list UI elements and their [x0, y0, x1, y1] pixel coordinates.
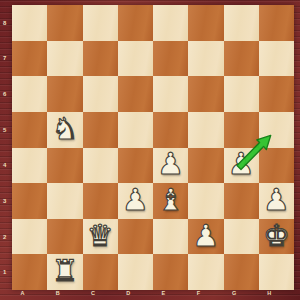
- square-f7[interactable]: [188, 41, 223, 77]
- chess-diagram: ♞♟♟♟♝♟♛♟♚♜ 87654321abcdefgh: [0, 0, 300, 300]
- square-c7[interactable]: [83, 41, 118, 77]
- square-b8[interactable]: [47, 5, 82, 41]
- square-h5[interactable]: [259, 112, 294, 148]
- square-g1[interactable]: [224, 254, 259, 290]
- square-g6[interactable]: [224, 76, 259, 112]
- square-f6[interactable]: [188, 76, 223, 112]
- square-h1[interactable]: [259, 254, 294, 290]
- rank-label-2: 2: [3, 234, 6, 240]
- file-label-c: c: [91, 291, 95, 297]
- square-g5[interactable]: [224, 112, 259, 148]
- file-label-e: e: [162, 291, 166, 297]
- square-g8[interactable]: [224, 5, 259, 41]
- file-label-b: b: [56, 291, 60, 297]
- square-e2[interactable]: [153, 219, 188, 255]
- piece-white-king-h2[interactable]: ♚: [263, 221, 290, 251]
- square-h8[interactable]: [259, 5, 294, 41]
- square-a7[interactable]: [12, 41, 47, 77]
- square-a2[interactable]: [12, 219, 47, 255]
- square-f1[interactable]: [188, 254, 223, 290]
- square-f2[interactable]: ♟: [188, 219, 223, 255]
- square-a1[interactable]: [12, 254, 47, 290]
- square-a5[interactable]: [12, 112, 47, 148]
- piece-white-pawn-h3[interactable]: ♟: [263, 185, 290, 215]
- piece-white-pawn-g4[interactable]: ♟: [228, 149, 255, 179]
- square-g4[interactable]: ♟: [224, 148, 259, 184]
- rank-label-3: 3: [3, 198, 6, 204]
- piece-white-bishop-e3[interactable]: ♝: [157, 185, 184, 215]
- square-g2[interactable]: [224, 219, 259, 255]
- square-g7[interactable]: [224, 41, 259, 77]
- piece-white-rook-b1[interactable]: ♜: [51, 256, 78, 286]
- square-c8[interactable]: [83, 5, 118, 41]
- square-c4[interactable]: [83, 148, 118, 184]
- square-h7[interactable]: [259, 41, 294, 77]
- square-e4[interactable]: ♟: [153, 148, 188, 184]
- square-a4[interactable]: [12, 148, 47, 184]
- rank-label-6: 6: [3, 91, 6, 97]
- square-d2[interactable]: [118, 219, 153, 255]
- piece-white-pawn-d3[interactable]: ♟: [122, 185, 149, 215]
- rank-label-4: 4: [3, 162, 6, 168]
- rank-label-5: 5: [3, 127, 6, 133]
- square-e7[interactable]: [153, 41, 188, 77]
- square-a8[interactable]: [12, 5, 47, 41]
- square-f4[interactable]: [188, 148, 223, 184]
- file-label-d: d: [126, 291, 130, 297]
- square-b2[interactable]: [47, 219, 82, 255]
- square-h6[interactable]: [259, 76, 294, 112]
- piece-white-pawn-e4[interactable]: ♟: [157, 149, 184, 179]
- square-b6[interactable]: [47, 76, 82, 112]
- square-d6[interactable]: [118, 76, 153, 112]
- square-b3[interactable]: [47, 183, 82, 219]
- square-e5[interactable]: [153, 112, 188, 148]
- file-label-a: a: [21, 291, 25, 297]
- square-g3[interactable]: [224, 183, 259, 219]
- square-c2[interactable]: ♛: [83, 219, 118, 255]
- square-d4[interactable]: [118, 148, 153, 184]
- rank-label-7: 7: [3, 55, 6, 61]
- square-h4[interactable]: [259, 148, 294, 184]
- square-b4[interactable]: [47, 148, 82, 184]
- square-e3[interactable]: ♝: [153, 183, 188, 219]
- file-label-f: f: [197, 291, 200, 297]
- piece-white-pawn-f2[interactable]: ♟: [192, 221, 219, 251]
- square-b1[interactable]: ♜: [47, 254, 82, 290]
- square-d3[interactable]: ♟: [118, 183, 153, 219]
- square-a6[interactable]: [12, 76, 47, 112]
- piece-white-queen-c2[interactable]: ♛: [87, 221, 114, 251]
- square-c3[interactable]: [83, 183, 118, 219]
- square-c6[interactable]: [83, 76, 118, 112]
- file-label-g: g: [232, 291, 236, 297]
- square-e6[interactable]: [153, 76, 188, 112]
- square-f5[interactable]: [188, 112, 223, 148]
- square-e1[interactable]: [153, 254, 188, 290]
- file-label-h: h: [267, 291, 271, 297]
- square-f8[interactable]: [188, 5, 223, 41]
- square-d7[interactable]: [118, 41, 153, 77]
- square-a3[interactable]: [12, 183, 47, 219]
- square-c5[interactable]: [83, 112, 118, 148]
- chess-board: ♞♟♟♟♝♟♛♟♚♜: [12, 5, 294, 290]
- square-d5[interactable]: [118, 112, 153, 148]
- square-f3[interactable]: [188, 183, 223, 219]
- square-h3[interactable]: ♟: [259, 183, 294, 219]
- square-e8[interactable]: [153, 5, 188, 41]
- square-d8[interactable]: [118, 5, 153, 41]
- square-b5[interactable]: ♞: [47, 112, 82, 148]
- rank-label-1: 1: [3, 269, 6, 275]
- square-h2[interactable]: ♚: [259, 219, 294, 255]
- square-c1[interactable]: [83, 254, 118, 290]
- square-b7[interactable]: [47, 41, 82, 77]
- rank-label-8: 8: [3, 20, 6, 26]
- piece-white-knight-b5[interactable]: ♞: [51, 114, 78, 144]
- square-d1[interactable]: [118, 254, 153, 290]
